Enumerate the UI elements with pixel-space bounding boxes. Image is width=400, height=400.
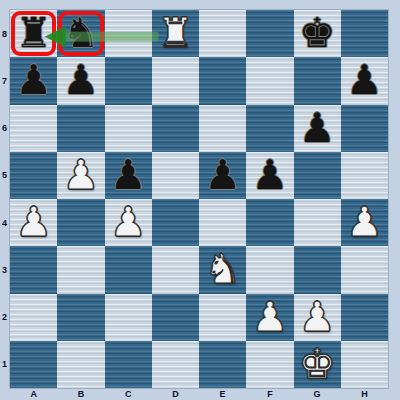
square-b2[interactable] [57,294,104,341]
piece-white-king-g1[interactable]: ♚ [294,341,341,388]
square-e5[interactable]: ♟ [199,152,246,199]
piece-white-pawn-f2[interactable]: ♟ [246,294,293,341]
piece-black-pawn-e5[interactable]: ♟ [199,152,246,199]
square-g2[interactable]: ♟ [294,294,341,341]
square-d8[interactable]: ♜ [152,10,199,57]
square-c5[interactable]: ♟ [105,152,152,199]
square-e1[interactable] [199,341,246,388]
square-f7[interactable] [246,57,293,104]
piece-black-pawn-f5[interactable]: ♟ [246,152,293,199]
piece-white-knight-e3[interactable]: ♞ [199,246,246,293]
square-a3[interactable] [10,246,57,293]
piece-white-pawn-h4[interactable]: ♟ [341,199,388,246]
square-d3[interactable] [152,246,199,293]
square-e4[interactable] [199,199,246,246]
file-label-d: D [152,388,199,399]
piece-black-rook-a8[interactable]: ♜ [10,10,57,57]
file-label-g: G [294,388,341,399]
square-f1[interactable] [246,341,293,388]
piece-white-pawn-a4[interactable]: ♟ [10,199,57,246]
square-a4[interactable]: ♟ [10,199,57,246]
square-d5[interactable] [152,152,199,199]
square-g4[interactable] [294,199,341,246]
square-b6[interactable] [57,105,104,152]
piece-white-pawn-b5[interactable]: ♟ [57,152,104,199]
square-c3[interactable] [105,246,152,293]
chess-board: ♜♞♜♚♟♟♟♟♟♟♟♟♟♟♟♞♟♟♚ [10,10,388,388]
square-a6[interactable] [10,105,57,152]
square-g5[interactable] [294,152,341,199]
square-c2[interactable] [105,294,152,341]
rank-label-2: 2 [0,294,9,341]
square-h6[interactable] [341,105,388,152]
piece-black-pawn-c5[interactable]: ♟ [105,152,152,199]
rank-label-1: 1 [0,341,9,388]
rank-label-6: 6 [0,105,9,152]
square-b4[interactable] [57,199,104,246]
piece-white-pawn-g2[interactable]: ♟ [294,294,341,341]
square-c6[interactable] [105,105,152,152]
square-e6[interactable] [199,105,246,152]
rank-label-8: 8 [0,10,9,57]
square-f2[interactable]: ♟ [246,294,293,341]
square-h7[interactable]: ♟ [341,57,388,104]
file-label-e: E [199,388,246,399]
square-e7[interactable] [199,57,246,104]
square-a5[interactable] [10,152,57,199]
square-h4[interactable]: ♟ [341,199,388,246]
square-f8[interactable] [246,10,293,57]
file-label-b: B [57,388,104,399]
square-h2[interactable] [341,294,388,341]
square-a2[interactable] [10,294,57,341]
square-g7[interactable] [294,57,341,104]
piece-black-knight-b8[interactable]: ♞ [57,10,104,57]
square-b1[interactable] [57,341,104,388]
rank-label-3: 3 [0,246,9,293]
square-h8[interactable] [341,10,388,57]
file-label-h: H [341,388,388,399]
square-f5[interactable]: ♟ [246,152,293,199]
square-d6[interactable] [152,105,199,152]
square-e8[interactable] [199,10,246,57]
file-label-a: A [10,388,57,399]
piece-white-rook-d8[interactable]: ♜ [152,10,199,57]
square-e3[interactable]: ♞ [199,246,246,293]
file-label-f: F [246,388,293,399]
square-a8[interactable]: ♜ [10,10,57,57]
square-g3[interactable] [294,246,341,293]
square-c7[interactable] [105,57,152,104]
square-g1[interactable]: ♚ [294,341,341,388]
square-d1[interactable] [152,341,199,388]
square-f4[interactable] [246,199,293,246]
rank-label-4: 4 [0,199,9,246]
file-label-c: C [105,388,152,399]
square-d7[interactable] [152,57,199,104]
rank-label-7: 7 [0,57,9,104]
piece-black-pawn-g6[interactable]: ♟ [294,105,341,152]
square-b5[interactable]: ♟ [57,152,104,199]
rank-label-5: 5 [0,152,9,199]
square-e2[interactable] [199,294,246,341]
square-h3[interactable] [341,246,388,293]
square-b8[interactable]: ♞ [57,10,104,57]
piece-black-pawn-a7[interactable]: ♟ [10,57,57,104]
square-a1[interactable] [10,341,57,388]
square-g6[interactable]: ♟ [294,105,341,152]
square-a7[interactable]: ♟ [10,57,57,104]
piece-black-pawn-h7[interactable]: ♟ [341,57,388,104]
piece-black-pawn-b7[interactable]: ♟ [57,57,104,104]
square-d2[interactable] [152,294,199,341]
piece-black-king-g8[interactable]: ♚ [294,10,341,57]
square-f6[interactable] [246,105,293,152]
square-f3[interactable] [246,246,293,293]
square-c4[interactable]: ♟ [105,199,152,246]
square-b7[interactable]: ♟ [57,57,104,104]
piece-white-pawn-c4[interactable]: ♟ [105,199,152,246]
square-b3[interactable] [57,246,104,293]
square-c1[interactable] [105,341,152,388]
square-h5[interactable] [341,152,388,199]
square-h1[interactable] [341,341,388,388]
square-g8[interactable]: ♚ [294,10,341,57]
square-d4[interactable] [152,199,199,246]
square-c8[interactable] [105,10,152,57]
chess-app-window: ♜♞♜♚♟♟♟♟♟♟♟♟♟♟♟♞♟♟♚ 87654321ABCDEFGH [0,0,400,400]
